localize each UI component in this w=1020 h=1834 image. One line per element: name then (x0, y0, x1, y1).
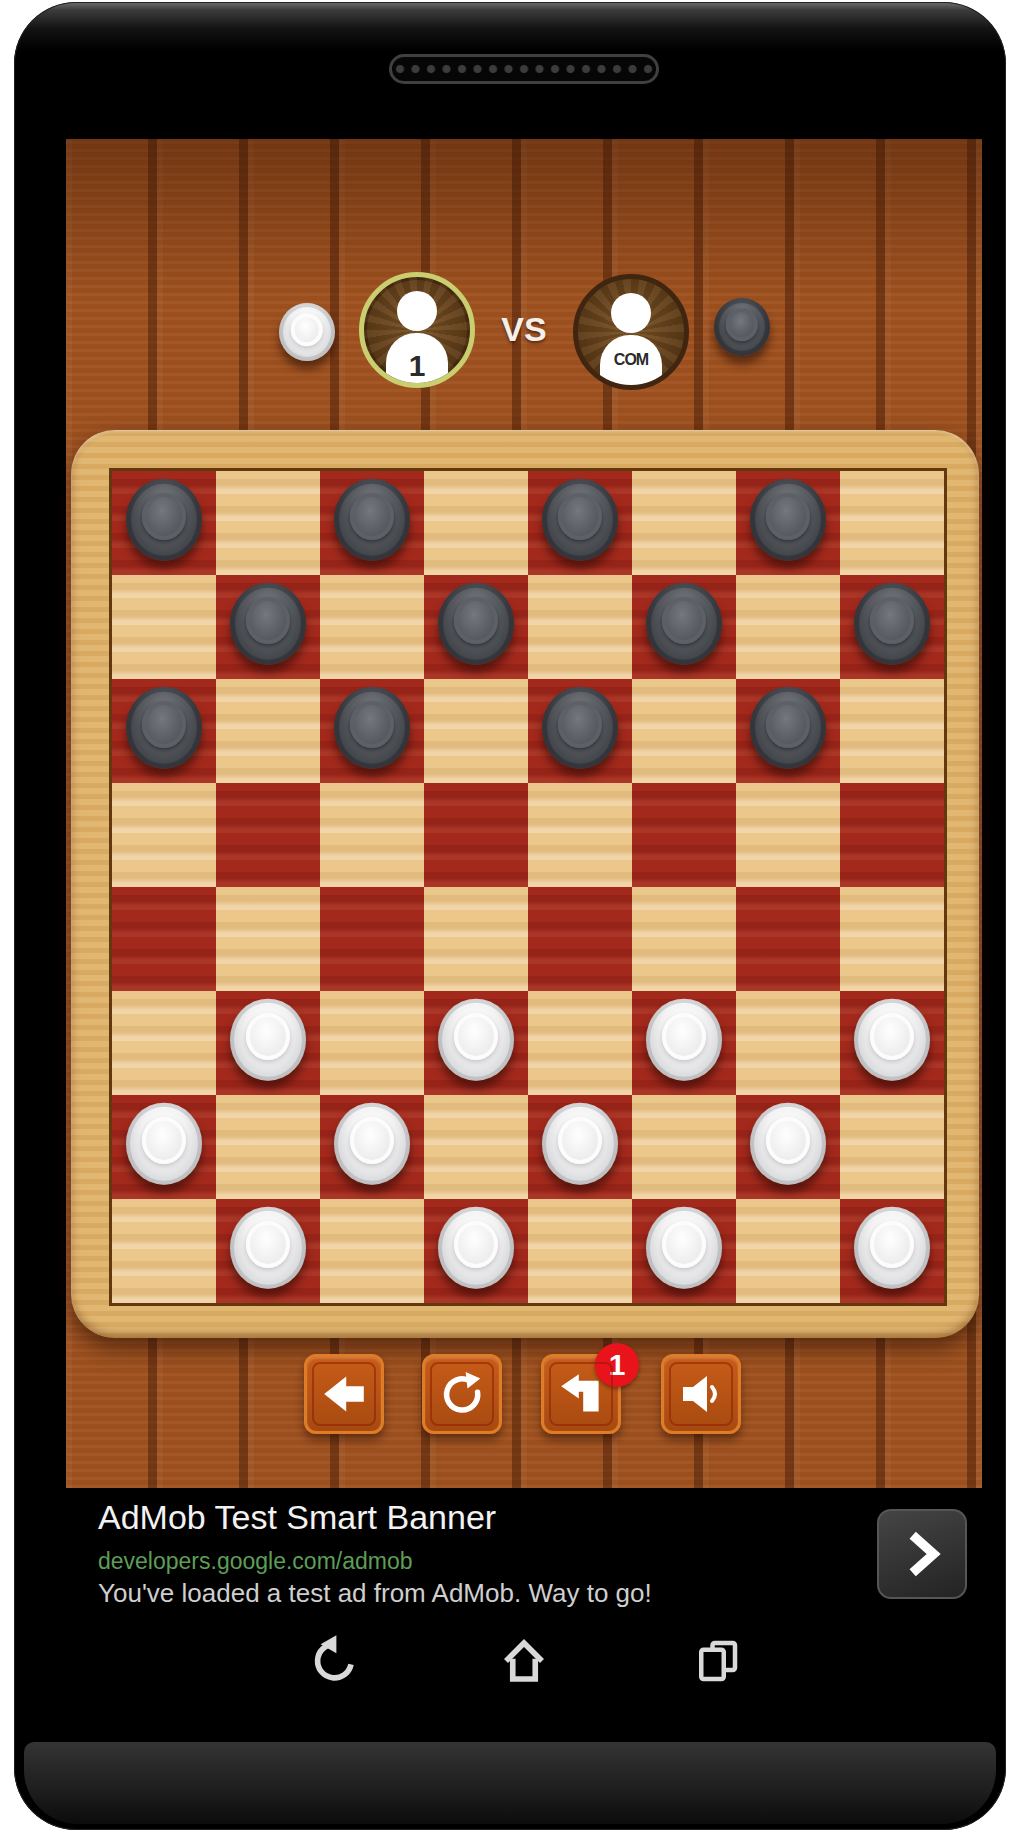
player2-avatar[interactable]: COM (573, 274, 689, 390)
square-r2c5[interactable] (632, 679, 736, 783)
white-checker-piece[interactable] (438, 1207, 514, 1289)
ad-title: AdMob Test Smart Banner (98, 1498, 496, 1537)
board-frame (71, 430, 979, 1338)
square-r2c2[interactable] (320, 679, 424, 783)
screenshot: 1 VS COM (0, 0, 1020, 1834)
black-checker-piece[interactable] (230, 583, 306, 665)
square-r7c7[interactable] (840, 1199, 944, 1303)
square-r3c4[interactable] (528, 783, 632, 887)
square-r5c5[interactable] (632, 991, 736, 1095)
square-r7c2[interactable] (320, 1199, 424, 1303)
square-r0c6[interactable] (736, 471, 840, 575)
back-arrow-icon (322, 1372, 366, 1416)
square-r3c2[interactable] (320, 783, 424, 887)
square-r1c3[interactable] (424, 575, 528, 679)
square-r7c3[interactable] (424, 1199, 528, 1303)
sound-icon (679, 1372, 723, 1416)
player2-person-icon: COM (599, 293, 663, 389)
square-r5c0[interactable] (112, 991, 216, 1095)
square-r5c2[interactable] (320, 991, 424, 1095)
square-r1c6[interactable] (736, 575, 840, 679)
black-checker-piece[interactable] (854, 583, 930, 665)
vs-label: VS (484, 310, 564, 349)
square-r3c5[interactable] (632, 783, 736, 887)
square-r4c2[interactable] (320, 887, 424, 991)
player2-label: COM (614, 351, 648, 369)
square-r1c5[interactable] (632, 575, 736, 679)
square-r5c1[interactable] (216, 991, 320, 1095)
ad-body: You've loaded a test ad from AdMob. Way … (98, 1578, 652, 1609)
white-checker-piece[interactable] (230, 999, 306, 1081)
square-r3c7[interactable] (840, 783, 944, 887)
square-r0c3[interactable] (424, 471, 528, 575)
square-r5c3[interactable] (424, 991, 528, 1095)
square-r1c1[interactable] (216, 575, 320, 679)
square-r5c7[interactable] (840, 991, 944, 1095)
square-r0c4[interactable] (528, 471, 632, 575)
undo-button[interactable]: 1 (541, 1354, 621, 1434)
black-checker-piece[interactable] (334, 687, 410, 769)
board-grid (109, 468, 947, 1306)
square-r6c6[interactable] (736, 1095, 840, 1199)
white-checker-piece[interactable] (438, 999, 514, 1081)
home-icon[interactable] (497, 1634, 551, 1688)
square-r2c4[interactable] (528, 679, 632, 783)
square-r6c4[interactable] (528, 1095, 632, 1199)
black-checker-piece[interactable] (334, 479, 410, 561)
square-r6c5[interactable] (632, 1095, 736, 1199)
player1-person-icon: 1 (385, 291, 449, 387)
square-r7c1[interactable] (216, 1199, 320, 1303)
square-r0c5[interactable] (632, 471, 736, 575)
black-checker-piece[interactable] (750, 687, 826, 769)
square-r2c6[interactable] (736, 679, 840, 783)
sound-button[interactable] (661, 1354, 741, 1434)
square-r4c6[interactable] (736, 887, 840, 991)
ad-cta-button[interactable] (877, 1509, 967, 1599)
black-checker-piece[interactable] (646, 583, 722, 665)
square-r7c6[interactable] (736, 1199, 840, 1303)
square-r4c3[interactable] (424, 887, 528, 991)
square-r2c1[interactable] (216, 679, 320, 783)
white-checker-piece[interactable] (230, 1207, 306, 1289)
square-r4c5[interactable] (632, 887, 736, 991)
square-r1c0[interactable] (112, 575, 216, 679)
square-r3c1[interactable] (216, 783, 320, 887)
square-r3c3[interactable] (424, 783, 528, 887)
undo-icon (559, 1372, 603, 1416)
square-r0c0[interactable] (112, 471, 216, 575)
black-checker-piece[interactable] (750, 479, 826, 561)
recents-icon[interactable] (690, 1634, 744, 1688)
player2-color-checker (714, 298, 770, 356)
phone-chin (24, 1742, 996, 1824)
square-r7c5[interactable] (632, 1199, 736, 1303)
square-r0c2[interactable] (320, 471, 424, 575)
square-r7c4[interactable] (528, 1199, 632, 1303)
square-r5c6[interactable] (736, 991, 840, 1095)
square-r6c2[interactable] (320, 1095, 424, 1199)
back-button[interactable] (304, 1354, 384, 1434)
restart-button[interactable] (422, 1354, 502, 1434)
speaker-grille (389, 54, 659, 84)
black-checker-piece[interactable] (542, 687, 618, 769)
square-r5c4[interactable] (528, 991, 632, 1095)
square-r4c7[interactable] (840, 887, 944, 991)
back-icon[interactable] (306, 1634, 360, 1688)
ad-url[interactable]: developers.google.com/admob (98, 1548, 413, 1575)
player1-color-checker (279, 303, 335, 361)
square-r6c0[interactable] (112, 1095, 216, 1199)
black-checker-piece[interactable] (126, 479, 202, 561)
white-checker-piece[interactable] (854, 1207, 930, 1289)
ad-banner[interactable]: AdMob Test Smart Banner developers.googl… (66, 1488, 982, 1745)
square-r4c4[interactable] (528, 887, 632, 991)
square-r1c4[interactable] (528, 575, 632, 679)
square-r6c1[interactable] (216, 1095, 320, 1199)
white-checker-piece[interactable] (854, 999, 930, 1081)
square-r4c0[interactable] (112, 887, 216, 991)
white-checker-piece[interactable] (126, 1103, 202, 1185)
square-r7c0[interactable] (112, 1199, 216, 1303)
square-r3c0[interactable] (112, 783, 216, 887)
square-r2c7[interactable] (840, 679, 944, 783)
white-checker-piece[interactable] (646, 999, 722, 1081)
phone-frame: 1 VS COM (14, 2, 1006, 1830)
square-r3c6[interactable] (736, 783, 840, 887)
square-r1c2[interactable] (320, 575, 424, 679)
checkers-app: 1 VS COM (66, 139, 982, 1488)
chevron-right-icon (894, 1526, 950, 1582)
square-r6c7[interactable] (840, 1095, 944, 1199)
white-checker-piece[interactable] (334, 1103, 410, 1185)
restart-icon (440, 1372, 484, 1416)
white-checker-piece[interactable] (542, 1103, 618, 1185)
square-r0c1[interactable] (216, 471, 320, 575)
square-r1c7[interactable] (840, 575, 944, 679)
player1-avatar[interactable]: 1 (359, 272, 475, 388)
player1-label: 1 (409, 349, 426, 383)
square-r6c3[interactable] (424, 1095, 528, 1199)
square-r2c0[interactable] (112, 679, 216, 783)
black-checker-piece[interactable] (126, 687, 202, 769)
black-checker-piece[interactable] (542, 479, 618, 561)
square-r4c1[interactable] (216, 887, 320, 991)
white-checker-piece[interactable] (646, 1207, 722, 1289)
android-navbar (66, 1622, 982, 1702)
square-r0c7[interactable] (840, 471, 944, 575)
square-r2c3[interactable] (424, 679, 528, 783)
black-checker-piece[interactable] (438, 583, 514, 665)
undo-count-badge: 1 (595, 1343, 639, 1387)
white-checker-piece[interactable] (750, 1103, 826, 1185)
